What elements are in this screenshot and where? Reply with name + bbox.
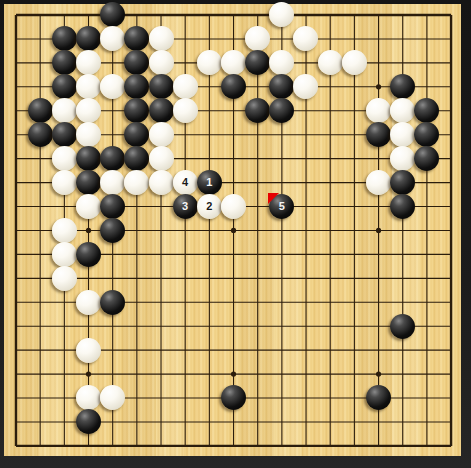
- stone-black: [52, 50, 77, 75]
- intersection-2-6: [28, 123, 52, 147]
- intersection-5-17: [101, 386, 125, 410]
- intersection-14-3: [318, 51, 342, 75]
- move-number-label: 3: [182, 201, 188, 212]
- stone-black: [100, 218, 125, 243]
- intersection-4-7: [76, 147, 100, 171]
- intersection-5-8: [101, 171, 125, 195]
- intersection-17-7: [391, 147, 415, 171]
- intersection-7-8: [149, 171, 173, 195]
- stone-white: [293, 74, 318, 99]
- stone-black: [149, 74, 174, 99]
- stones-layer: 41325: [4, 3, 463, 458]
- stone-white: [149, 170, 174, 195]
- stone-black: [414, 122, 439, 147]
- stone-white: [76, 50, 101, 75]
- intersection-3-4: [52, 75, 76, 99]
- intersection-12-4: [270, 75, 294, 99]
- intersection-7-3: [149, 51, 173, 75]
- intersection-7-4: [149, 75, 173, 99]
- stone-white: [173, 98, 198, 123]
- intersection-8-4: [173, 75, 197, 99]
- intersection-17-5: [391, 99, 415, 123]
- stone-white: [52, 146, 77, 171]
- intersection-6-5: [125, 99, 149, 123]
- stone-white: [52, 170, 77, 195]
- go-board[interactable]: 41325: [4, 4, 461, 456]
- intersection-7-2: [149, 27, 173, 51]
- stone-black: [221, 74, 246, 99]
- intersection-6-6: [125, 123, 149, 147]
- stone-white: [293, 26, 318, 51]
- intersection-6-4: [125, 75, 149, 99]
- stone-white: [100, 170, 125, 195]
- stone-white: [100, 385, 125, 410]
- intersection-12-5: [270, 99, 294, 123]
- stone-white: [149, 26, 174, 51]
- intersection-8-9: 3: [173, 195, 197, 219]
- stone-white: [390, 146, 415, 171]
- stone-black: [52, 74, 77, 99]
- intersection-4-17: [76, 386, 100, 410]
- intersection-6-3: [125, 51, 149, 75]
- stone-white: [366, 170, 391, 195]
- stone-black: [366, 122, 391, 147]
- intersection-12-1: [270, 3, 294, 27]
- intersection-8-5: [173, 99, 197, 123]
- intersection-5-2: [101, 27, 125, 51]
- intersection-15-3: [342, 51, 366, 75]
- intersection-8-8: 4: [173, 171, 197, 195]
- intersection-6-2: [125, 27, 149, 51]
- stone-black: [414, 146, 439, 171]
- intersection-7-5: [149, 99, 173, 123]
- intersection-17-6: [391, 123, 415, 147]
- intersection-10-3: [221, 51, 245, 75]
- stone-white: [100, 26, 125, 51]
- stone-black: [245, 50, 270, 75]
- stone-black: [390, 314, 415, 339]
- intersection-4-2: [76, 27, 100, 51]
- intersection-4-8: [76, 171, 100, 195]
- intersection-7-7: [149, 147, 173, 171]
- intersection-11-3: [246, 51, 270, 75]
- stone-black: [100, 194, 125, 219]
- stone-black: [76, 409, 101, 434]
- intersection-11-2: [246, 27, 270, 51]
- intersection-3-3: [52, 51, 76, 75]
- stone-white: [76, 338, 101, 363]
- stone-black: [124, 50, 149, 75]
- intersection-5-1: [101, 3, 125, 27]
- last-move-marker-icon: [268, 193, 279, 204]
- stone-black: [76, 26, 101, 51]
- stone-black: [76, 242, 101, 267]
- stone-white: [149, 122, 174, 147]
- intersection-10-9: [221, 195, 245, 219]
- stone-black: [414, 98, 439, 123]
- stone-black: [100, 146, 125, 171]
- intersection-17-14: [391, 314, 415, 338]
- stone-white: [149, 146, 174, 171]
- stone-black: [366, 385, 391, 410]
- stone-black: [390, 170, 415, 195]
- intersection-9-3: [197, 51, 221, 75]
- stone-white: [76, 194, 101, 219]
- stone-black: [124, 98, 149, 123]
- intersection-6-8: [125, 171, 149, 195]
- intersection-3-7: [52, 147, 76, 171]
- intersection-16-6: [366, 123, 390, 147]
- stone-white: [173, 74, 198, 99]
- stone-white: [366, 98, 391, 123]
- stone-black: [245, 98, 270, 123]
- intersection-17-8: [391, 171, 415, 195]
- intersection-5-13: [101, 290, 125, 314]
- stone-black: [390, 194, 415, 219]
- stone-white: 2: [197, 194, 222, 219]
- intersection-3-12: [52, 266, 76, 290]
- stone-black: [124, 26, 149, 51]
- intersection-17-4: [391, 75, 415, 99]
- intersection-4-6: [76, 123, 100, 147]
- intersection-5-9: [101, 195, 125, 219]
- intersection-4-15: [76, 338, 100, 362]
- stone-black: [269, 74, 294, 99]
- intersection-9-8: 1: [197, 171, 221, 195]
- intersection-12-3: [270, 51, 294, 75]
- intersection-4-18: [76, 410, 100, 434]
- intersection-5-7: [101, 147, 125, 171]
- intersection-2-5: [28, 99, 52, 123]
- stone-black: [390, 74, 415, 99]
- stone-black: [52, 122, 77, 147]
- intersection-10-4: [221, 75, 245, 99]
- stone-black: 1: [197, 170, 222, 195]
- intersection-4-5: [76, 99, 100, 123]
- intersection-4-11: [76, 242, 100, 266]
- intersection-3-2: [52, 27, 76, 51]
- intersection-18-7: [415, 147, 439, 171]
- intersection-5-4: [101, 75, 125, 99]
- stone-black: [100, 2, 125, 27]
- stone-white: [52, 242, 77, 267]
- stone-white: [197, 50, 222, 75]
- stone-black: 3: [173, 194, 198, 219]
- stone-white: [390, 98, 415, 123]
- stone-black: [269, 98, 294, 123]
- stone-black: [124, 122, 149, 147]
- intersection-11-5: [246, 99, 270, 123]
- stone-white: [52, 266, 77, 291]
- stone-white: [76, 74, 101, 99]
- stone-black: [149, 98, 174, 123]
- move-number-label: 5: [279, 201, 285, 212]
- stone-white: [52, 218, 77, 243]
- stone-white: [76, 98, 101, 123]
- intersection-12-9: 5: [270, 195, 294, 219]
- stone-white: [245, 26, 270, 51]
- stone-black: [221, 385, 246, 410]
- move-number-label: 4: [182, 177, 188, 188]
- intersection-5-10: [101, 218, 125, 242]
- app-background: 41325: [0, 0, 471, 468]
- stone-black: [76, 170, 101, 195]
- intersection-18-5: [415, 99, 439, 123]
- stone-black: [76, 146, 101, 171]
- stone-black: 5: [269, 194, 294, 219]
- move-number-label: 2: [206, 201, 212, 212]
- stone-white: [318, 50, 343, 75]
- intersection-10-17: [221, 386, 245, 410]
- intersection-3-6: [52, 123, 76, 147]
- stone-white: [100, 74, 125, 99]
- stone-black: [100, 290, 125, 315]
- stone-white: [76, 385, 101, 410]
- stone-black: [124, 74, 149, 99]
- intersection-7-6: [149, 123, 173, 147]
- intersection-3-11: [52, 242, 76, 266]
- stone-white: [149, 50, 174, 75]
- stone-black: [124, 146, 149, 171]
- intersection-18-6: [415, 123, 439, 147]
- stone-white: [342, 50, 367, 75]
- stone-white: [124, 170, 149, 195]
- stone-white: [76, 122, 101, 147]
- stone-white: 4: [173, 170, 198, 195]
- stone-black: [28, 122, 53, 147]
- intersection-16-17: [366, 386, 390, 410]
- intersection-9-9: 2: [197, 195, 221, 219]
- intersection-4-13: [76, 290, 100, 314]
- intersection-6-7: [125, 147, 149, 171]
- intersection-4-4: [76, 75, 100, 99]
- intersection-13-4: [294, 75, 318, 99]
- intersection-3-8: [52, 171, 76, 195]
- stone-white: [52, 98, 77, 123]
- intersection-4-3: [76, 51, 100, 75]
- stone-white: [269, 50, 294, 75]
- stone-white: [76, 290, 101, 315]
- stone-white: [221, 194, 246, 219]
- intersection-3-10: [52, 218, 76, 242]
- stone-white: [221, 50, 246, 75]
- stone-black: [52, 26, 77, 51]
- intersection-16-5: [366, 99, 390, 123]
- stone-black: [28, 98, 53, 123]
- move-number-label: 1: [206, 177, 212, 188]
- intersection-3-5: [52, 99, 76, 123]
- stone-white: [269, 2, 294, 27]
- intersection-13-2: [294, 27, 318, 51]
- intersection-4-9: [76, 195, 100, 219]
- intersection-17-9: [391, 195, 415, 219]
- intersection-16-8: [366, 171, 390, 195]
- stone-white: [390, 122, 415, 147]
